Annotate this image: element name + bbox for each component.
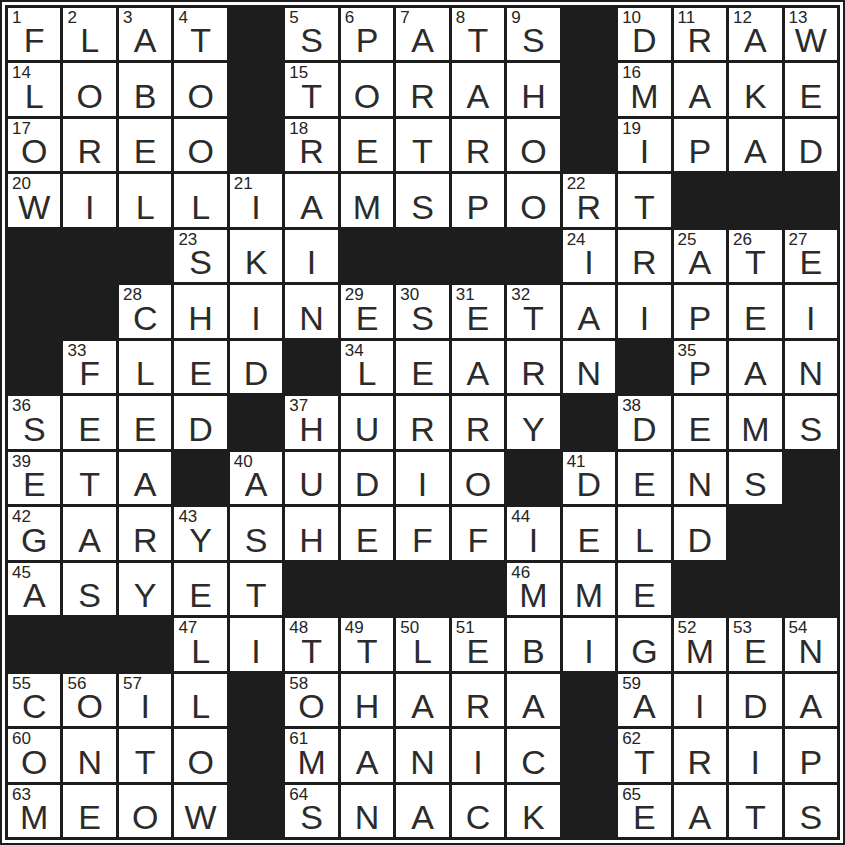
cell-letter: I [285, 245, 337, 279]
cell-letter: I [507, 523, 559, 557]
black-square [119, 230, 171, 282]
grid-cell[interactable]: E [174, 341, 226, 393]
grid-cell[interactable]: N [396, 729, 448, 781]
grid-cell[interactable]: E [785, 63, 837, 115]
cell-letter: I [729, 745, 781, 779]
cell-letter: D [563, 467, 615, 501]
grid-cell[interactable]: 34L [341, 341, 393, 393]
grid-cell[interactable]: 58O [285, 674, 337, 726]
cell-letter: D [341, 467, 393, 501]
grid-cell[interactable]: 17O [8, 119, 60, 171]
cell-letter: C [452, 800, 504, 834]
cell-letter: E [63, 800, 115, 834]
grid-cell[interactable]: I [230, 285, 282, 337]
grid-cell[interactable]: 45A [8, 563, 60, 615]
grid-cell[interactable]: R [618, 230, 670, 282]
grid-cell[interactable]: 24I [563, 230, 615, 282]
cell-letter: E [174, 356, 226, 390]
grid-cell[interactable]: P [674, 285, 726, 337]
grid-cell[interactable]: 44I [507, 507, 559, 559]
black-square [785, 452, 837, 504]
grid-cell[interactable]: 63M [8, 785, 60, 837]
grid-cell[interactable]: A [729, 341, 781, 393]
grid-cell[interactable]: D [174, 396, 226, 448]
cell-letter: S [507, 23, 559, 57]
grid-cell[interactable]: N [285, 285, 337, 337]
grid-cell[interactable]: A [563, 285, 615, 337]
grid-cell[interactable]: P [785, 729, 837, 781]
black-square [8, 341, 60, 393]
cell-letter: L [341, 356, 393, 390]
grid-cell[interactable]: 47L [174, 618, 226, 670]
grid-cell[interactable]: M [729, 396, 781, 448]
grid-cell[interactable]: N [341, 785, 393, 837]
cell-letter: A [396, 689, 448, 723]
cell-letter: A [341, 745, 393, 779]
grid-cell[interactable]: 7A [396, 8, 448, 60]
cell-letter: E [785, 245, 837, 279]
grid-cell[interactable]: E [618, 563, 670, 615]
grid-cell[interactable]: N [563, 341, 615, 393]
cell-letter: W [174, 800, 226, 834]
crossword-grid: 1F2L3A4T5S6P7A8T9S10D11R12A13W14LOBO15TO… [5, 5, 840, 840]
cell-letter: N [285, 301, 337, 335]
grid-cell[interactable]: U [341, 396, 393, 448]
grid-cell[interactable]: 18R [285, 119, 337, 171]
grid-cell[interactable]: S [63, 563, 115, 615]
black-square [63, 285, 115, 337]
grid-cell[interactable]: D [341, 452, 393, 504]
cell-letter: O [341, 79, 393, 113]
black-square [729, 563, 781, 615]
cell-letter: I [230, 634, 282, 668]
grid-cell[interactable]: 61M [285, 729, 337, 781]
grid-cell[interactable]: T [729, 785, 781, 837]
grid-cell[interactable]: 60O [8, 729, 60, 781]
black-square [63, 618, 115, 670]
black-square [230, 396, 282, 448]
grid-cell[interactable]: R [452, 119, 504, 171]
cell-letter: O [8, 745, 60, 779]
grid-cell[interactable]: O [507, 174, 559, 226]
grid-cell[interactable]: S [230, 507, 282, 559]
grid-cell[interactable]: 31E [452, 285, 504, 337]
grid-cell[interactable]: A [507, 674, 559, 726]
grid-cell[interactable]: C [507, 729, 559, 781]
grid-cell[interactable]: I [452, 729, 504, 781]
grid-cell[interactable]: 54N [785, 618, 837, 670]
cell-letter: S [785, 800, 837, 834]
grid-cell[interactable]: T [618, 174, 670, 226]
black-square [285, 563, 337, 615]
grid-cell[interactable]: H [341, 674, 393, 726]
grid-cell[interactable]: I [785, 285, 837, 337]
grid-cell[interactable]: D [729, 674, 781, 726]
grid-cell[interactable]: A [396, 674, 448, 726]
grid-cell[interactable]: S [729, 452, 781, 504]
grid-cell[interactable]: 3A [119, 8, 171, 60]
grid-cell[interactable]: R [674, 729, 726, 781]
grid-cell[interactable]: 10D [618, 8, 670, 60]
grid-cell[interactable]: L [174, 674, 226, 726]
cell-letter: A [8, 578, 60, 612]
cell-letter: L [174, 190, 226, 224]
cell-letter: A [674, 79, 726, 113]
cell-letter: N [341, 800, 393, 834]
grid-cell[interactable]: K [230, 230, 282, 282]
cell-letter: A [63, 523, 115, 557]
cell-letter: R [396, 412, 448, 446]
grid-cell[interactable]: 46M [507, 563, 559, 615]
grid-cell[interactable]: 12A [729, 8, 781, 60]
grid-cell[interactable]: 27E [785, 230, 837, 282]
cell-letter: E [63, 412, 115, 446]
grid-cell[interactable]: R [452, 674, 504, 726]
cell-letter: R [452, 689, 504, 723]
grid-cell[interactable]: O [174, 63, 226, 115]
cell-letter: A [230, 467, 282, 501]
black-square [785, 507, 837, 559]
grid-cell[interactable]: 32T [507, 285, 559, 337]
black-square [785, 174, 837, 226]
grid-cell[interactable]: 30S [396, 285, 448, 337]
grid-cell[interactable]: K [507, 785, 559, 837]
cell-letter: I [63, 190, 115, 224]
grid-cell[interactable]: C [452, 785, 504, 837]
grid-cell[interactable]: 52M [674, 618, 726, 670]
cell-letter: K [729, 79, 781, 113]
grid-cell[interactable]: P [452, 174, 504, 226]
cell-letter: T [174, 23, 226, 57]
cell-letter: E [119, 412, 171, 446]
cell-letter: I [674, 689, 726, 723]
grid-cell[interactable]: 41D [563, 452, 615, 504]
cell-letter: O [8, 134, 60, 168]
grid-cell[interactable]: 1F [8, 8, 60, 60]
grid-cell[interactable]: 43Y [174, 507, 226, 559]
cell-letter: I [396, 467, 448, 501]
grid-cell[interactable]: O [174, 729, 226, 781]
black-square [63, 230, 115, 282]
grid-cell[interactable]: 28C [119, 285, 171, 337]
cell-letter: Y [174, 523, 226, 557]
grid-cell[interactable]: 15T [285, 63, 337, 115]
grid-cell[interactable]: E [341, 119, 393, 171]
grid-cell[interactable]: E [63, 396, 115, 448]
grid-cell[interactable]: N [785, 341, 837, 393]
grid-cell[interactable]: R [452, 396, 504, 448]
grid-cell[interactable]: H [285, 507, 337, 559]
grid-cell[interactable]: I [396, 452, 448, 504]
cell-letter: E [674, 412, 726, 446]
grid-cell[interactable]: O [119, 785, 171, 837]
grid-cell[interactable]: E [63, 785, 115, 837]
grid-cell[interactable]: T [119, 729, 171, 781]
cell-letter: H [285, 523, 337, 557]
cell-letter: H [285, 412, 337, 446]
grid-cell[interactable]: O [341, 63, 393, 115]
grid-cell[interactable]: A [63, 507, 115, 559]
cell-letter: E [618, 800, 670, 834]
black-square [174, 452, 226, 504]
grid-cell[interactable]: 20W [8, 174, 60, 226]
grid-cell[interactable]: I [285, 230, 337, 282]
cell-letter: L [174, 634, 226, 668]
grid-cell[interactable]: 35P [674, 341, 726, 393]
grid-cell[interactable]: R [396, 63, 448, 115]
grid-cell[interactable]: D [785, 119, 837, 171]
grid-cell[interactable]: 23S [174, 230, 226, 282]
grid-cell[interactable]: 42G [8, 507, 60, 559]
cell-letter: P [341, 23, 393, 57]
black-square [674, 174, 726, 226]
grid-cell[interactable]: 38D [618, 396, 670, 448]
grid-cell[interactable]: R [396, 396, 448, 448]
grid-cell[interactable]: A [785, 674, 837, 726]
grid-cell[interactable]: A [674, 785, 726, 837]
grid-cell[interactable]: A [452, 341, 504, 393]
grid-cell[interactable]: E [119, 119, 171, 171]
cell-letter: K [507, 800, 559, 834]
cell-letter: T [230, 578, 282, 612]
grid-cell[interactable]: 33F [63, 341, 115, 393]
grid-cell[interactable]: L [174, 174, 226, 226]
black-square [563, 674, 615, 726]
grid-cell[interactable]: O [174, 119, 226, 171]
grid-cell[interactable]: B [119, 63, 171, 115]
grid-cell[interactable]: R [63, 119, 115, 171]
grid-cell[interactable]: R [507, 341, 559, 393]
grid-cell[interactable]: 53E [729, 618, 781, 670]
black-square [452, 563, 504, 615]
black-square [230, 729, 282, 781]
cell-letter: A [396, 23, 448, 57]
cell-letter: O [452, 467, 504, 501]
grid-cell[interactable]: E [563, 507, 615, 559]
grid-cell[interactable]: H [507, 63, 559, 115]
grid-cell[interactable]: N [674, 452, 726, 504]
cell-letter: B [507, 634, 559, 668]
grid-cell[interactable]: 64S [285, 785, 337, 837]
grid-cell[interactable]: E [618, 452, 670, 504]
cell-letter: E [452, 301, 504, 335]
grid-cell[interactable]: M [563, 563, 615, 615]
grid-cell[interactable]: I [618, 285, 670, 337]
black-square [119, 618, 171, 670]
grid-cell[interactable]: S [396, 174, 448, 226]
grid-cell[interactable]: O [507, 119, 559, 171]
cell-letter: I [230, 301, 282, 335]
cell-letter: A [618, 689, 670, 723]
grid-cell[interactable]: F [452, 507, 504, 559]
grid-cell[interactable]: G [618, 618, 670, 670]
grid-cell[interactable]: N [63, 729, 115, 781]
grid-cell[interactable]: O [63, 63, 115, 115]
grid-cell[interactable]: E [119, 396, 171, 448]
grid-cell[interactable]: 5S [285, 8, 337, 60]
grid-cell[interactable]: I [563, 618, 615, 670]
cell-letter: E [341, 134, 393, 168]
cell-letter: A [507, 689, 559, 723]
cell-letter: M [563, 578, 615, 612]
grid-cell[interactable]: E [174, 563, 226, 615]
black-square [341, 563, 393, 615]
black-square [507, 452, 559, 504]
cell-letter: T [341, 634, 393, 668]
cell-letter: E [785, 79, 837, 113]
grid-cell[interactable]: L [119, 174, 171, 226]
cell-letter: L [618, 523, 670, 557]
cell-letter: F [8, 23, 60, 57]
cell-letter: T [618, 745, 670, 779]
cell-letter: F [396, 523, 448, 557]
grid-cell[interactable]: Y [119, 563, 171, 615]
cell-letter: I [119, 689, 171, 723]
grid-cell[interactable]: A [119, 452, 171, 504]
grid-cell[interactable]: 56O [63, 674, 115, 726]
grid-cell[interactable]: A [341, 729, 393, 781]
cell-letter: K [230, 245, 282, 279]
cell-letter: R [452, 134, 504, 168]
grid-cell[interactable]: 62T [618, 729, 670, 781]
grid-cell[interactable]: D [674, 507, 726, 559]
grid-cell[interactable]: 4T [174, 8, 226, 60]
black-square [563, 8, 615, 60]
grid-cell[interactable]: A [285, 174, 337, 226]
cell-letter: R [563, 190, 615, 224]
grid-cell[interactable]: Y [507, 396, 559, 448]
grid-cell[interactable]: T [230, 563, 282, 615]
cell-letter: H [174, 301, 226, 335]
cell-letter: M [507, 578, 559, 612]
black-square [729, 507, 781, 559]
black-square [285, 341, 337, 393]
cell-letter: A [729, 23, 781, 57]
grid-cell[interactable]: 29E [341, 285, 393, 337]
grid-cell[interactable]: 39E [8, 452, 60, 504]
cell-letter: I [618, 134, 670, 168]
grid-cell[interactable]: 19I [618, 119, 670, 171]
cell-letter: N [785, 634, 837, 668]
cell-letter: R [674, 23, 726, 57]
grid-cell[interactable]: L [618, 507, 670, 559]
black-square [230, 785, 282, 837]
grid-cell[interactable]: 13W [785, 8, 837, 60]
cell-letter: A [785, 689, 837, 723]
cell-letter: C [8, 689, 60, 723]
grid-cell[interactable]: T [396, 119, 448, 171]
cell-letter: U [341, 412, 393, 446]
grid-cell[interactable]: I [230, 618, 282, 670]
cell-letter: A [674, 245, 726, 279]
cell-letter: O [63, 689, 115, 723]
cell-letter: S [396, 301, 448, 335]
grid-cell[interactable]: 25A [674, 230, 726, 282]
grid-cell[interactable]: 51E [452, 618, 504, 670]
black-square [507, 230, 559, 282]
grid-cell[interactable]: 37H [285, 396, 337, 448]
grid-cell[interactable]: 57I [119, 674, 171, 726]
grid-cell[interactable]: 65E [618, 785, 670, 837]
cell-letter: S [729, 467, 781, 501]
grid-cell[interactable]: 55C [8, 674, 60, 726]
grid-cell[interactable]: S [785, 396, 837, 448]
cell-letter: Y [507, 412, 559, 446]
cell-letter: A [563, 301, 615, 335]
cell-letter: S [785, 412, 837, 446]
black-square [452, 230, 504, 282]
grid-cell[interactable]: H [174, 285, 226, 337]
cell-letter: O [507, 190, 559, 224]
grid-cell[interactable]: A [729, 119, 781, 171]
grid-cell[interactable]: R [119, 507, 171, 559]
grid-cell[interactable]: 22R [563, 174, 615, 226]
grid-cell[interactable]: M [341, 174, 393, 226]
grid-cell[interactable]: E [729, 285, 781, 337]
grid-cell[interactable]: E [341, 507, 393, 559]
cell-letter: A [396, 800, 448, 834]
grid-cell[interactable]: D [230, 341, 282, 393]
grid-cell[interactable]: 16M [618, 63, 670, 115]
grid-cell[interactable]: B [507, 618, 559, 670]
grid-cell[interactable]: F [396, 507, 448, 559]
grid-cell[interactable]: 2L [63, 8, 115, 60]
grid-cell[interactable]: 59A [618, 674, 670, 726]
grid-cell[interactable]: I [729, 729, 781, 781]
black-square [396, 563, 448, 615]
grid-cell[interactable]: 36S [8, 396, 60, 448]
grid-cell[interactable]: A [674, 63, 726, 115]
grid-cell[interactable]: 6P [341, 8, 393, 60]
grid-cell[interactable]: E [396, 341, 448, 393]
grid-cell[interactable]: W [174, 785, 226, 837]
grid-cell[interactable]: 49T [341, 618, 393, 670]
cell-letter: O [63, 79, 115, 113]
grid-cell[interactable]: 50L [396, 618, 448, 670]
grid-cell[interactable]: U [285, 452, 337, 504]
cell-letter: A [119, 467, 171, 501]
cell-letter: C [119, 301, 171, 335]
grid-cell[interactable]: 8T [452, 8, 504, 60]
cell-letter: M [618, 79, 670, 113]
cell-letter: M [8, 800, 60, 834]
black-square [230, 674, 282, 726]
cell-letter: E [729, 301, 781, 335]
grid-cell[interactable]: 9S [507, 8, 559, 60]
grid-cell[interactable]: 21I [230, 174, 282, 226]
grid-cell[interactable]: S [785, 785, 837, 837]
grid-cell[interactable]: I [63, 174, 115, 226]
grid-cell[interactable]: 48T [285, 618, 337, 670]
grid-cell[interactable]: T [63, 452, 115, 504]
grid-cell[interactable]: E [674, 396, 726, 448]
grid-cell[interactable]: A [396, 785, 448, 837]
cell-letter: A [452, 356, 504, 390]
grid-cell[interactable]: A [452, 63, 504, 115]
grid-cell[interactable]: 26T [729, 230, 781, 282]
grid-cell[interactable]: O [452, 452, 504, 504]
grid-cell[interactable]: 11R [674, 8, 726, 60]
cell-letter: W [785, 23, 837, 57]
grid-cell[interactable]: I [674, 674, 726, 726]
grid-cell[interactable]: 14L [8, 63, 60, 115]
grid-cell[interactable]: K [729, 63, 781, 115]
cell-letter: S [8, 412, 60, 446]
grid-cell[interactable]: P [674, 119, 726, 171]
grid-cell[interactable]: L [119, 341, 171, 393]
cell-letter: R [396, 79, 448, 113]
grid-cell[interactable]: 40A [230, 452, 282, 504]
